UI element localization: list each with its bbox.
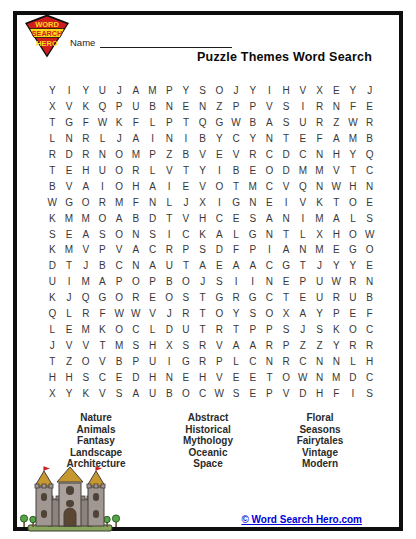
grid-cell-r2c16: I bbox=[295, 99, 312, 115]
grid-cell-r13c19: R bbox=[345, 274, 362, 290]
grid-cell-r14c7: E bbox=[144, 290, 161, 306]
grid-cell-r9c8: T bbox=[161, 211, 178, 227]
grid-cell-r8c11: I bbox=[211, 195, 228, 211]
grid-cell-r15c3: R bbox=[77, 306, 94, 322]
grid-cell-r13c14: N bbox=[261, 274, 278, 290]
grid-cell-r18c18: N bbox=[328, 354, 345, 370]
grid-cell-r1c20: J bbox=[361, 83, 378, 99]
grid-cell-r18c3: O bbox=[77, 354, 94, 370]
grid-cell-r4c8: N bbox=[161, 131, 178, 147]
grid-cell-r3c14: A bbox=[261, 115, 278, 131]
grid-cell-r14c12: R bbox=[228, 290, 245, 306]
grid-cell-r10c11: A bbox=[211, 227, 228, 243]
grid-cell-r7c5: O bbox=[111, 179, 128, 195]
grid-cell-r12c7: A bbox=[144, 258, 161, 274]
grid-cell-r6c9: T bbox=[178, 163, 195, 179]
logo-hero-text: HERO bbox=[36, 39, 58, 48]
grid-cell-r4c4: L bbox=[94, 131, 111, 147]
grid-cell-r11c7: C bbox=[144, 242, 161, 258]
grid-cell-r5c17: N bbox=[311, 147, 328, 163]
grid-cell-r16c14: P bbox=[261, 322, 278, 338]
grid-cell-r11c8: R bbox=[161, 242, 178, 258]
grid-cell-r5c14: C bbox=[261, 147, 278, 163]
grid-cell-r14c16: E bbox=[295, 290, 312, 306]
grid-cell-r3c8: P bbox=[161, 115, 178, 131]
grid-cell-r7c16: Q bbox=[295, 179, 312, 195]
grid-cell-r15c18: P bbox=[328, 306, 345, 322]
grid-cell-r4c6: A bbox=[128, 131, 145, 147]
grid-cell-r9c14: A bbox=[261, 211, 278, 227]
grid-cell-r8c9: J bbox=[178, 195, 195, 211]
grid-cell-r15c4: F bbox=[94, 306, 111, 322]
word-column-2: AbstractHistoricalMythologyOceanicSpace bbox=[152, 412, 264, 470]
grid-cell-r3c13: B bbox=[244, 115, 261, 131]
grid-cell-r3c9: T bbox=[178, 115, 195, 131]
grid-cell-r6c17: M bbox=[311, 163, 328, 179]
grid-cell-r3c3: F bbox=[77, 115, 94, 131]
grid-cell-r9c15: N bbox=[278, 211, 295, 227]
grid-cell-r18c6: P bbox=[128, 354, 145, 370]
grid-cell-r13c5: P bbox=[111, 274, 128, 290]
grid-cell-r5c6: M bbox=[128, 147, 145, 163]
grid-cell-r3c16: U bbox=[295, 115, 312, 131]
grid-cell-r16c7: L bbox=[144, 322, 161, 338]
grid-cell-r9c6: B bbox=[128, 211, 145, 227]
word-vintage: Vintage bbox=[264, 447, 376, 459]
grid-cell-r4c19: M bbox=[345, 131, 362, 147]
grid-cell-r19c13: E bbox=[244, 370, 261, 386]
grid-cell-r14c19: U bbox=[345, 290, 362, 306]
letter-grid: YIYUJAMPYSOJYIHVXEYJXVKQPUBNENZPPVSIRNFE… bbox=[44, 83, 378, 402]
grid-cell-r8c19: O bbox=[345, 195, 362, 211]
grid-cell-r3c10: Q bbox=[194, 115, 211, 131]
grid-cell-r12c20: E bbox=[361, 258, 378, 274]
word-search-hero-logo-icon: WORD SEARCH HERO bbox=[24, 14, 70, 58]
grid-cell-r17c3: V bbox=[77, 338, 94, 354]
grid-cell-r19c3: S bbox=[77, 370, 94, 386]
grid-cell-r2c2: V bbox=[61, 99, 78, 115]
grid-cell-r14c11: G bbox=[211, 290, 228, 306]
grid-cell-r17c20: R bbox=[361, 338, 378, 354]
grid-cell-r2c8: N bbox=[161, 99, 178, 115]
grid-cell-r13c17: U bbox=[311, 274, 328, 290]
grid-cell-r16c8: D bbox=[161, 322, 178, 338]
grid-cell-r20c15: V bbox=[278, 386, 295, 402]
grid-cell-r1c4: U bbox=[94, 83, 111, 99]
grid-cell-r18c12: L bbox=[228, 354, 245, 370]
grid-cell-r18c13: C bbox=[244, 354, 261, 370]
grid-cell-r9c7: D bbox=[144, 211, 161, 227]
grid-cell-r9c2: M bbox=[61, 211, 78, 227]
grid-cell-r10c17: X bbox=[311, 227, 328, 243]
grid-cell-r2c10: N bbox=[194, 99, 211, 115]
grid-cell-r14c15: T bbox=[278, 290, 295, 306]
grid-cell-r14c3: Q bbox=[77, 290, 94, 306]
grid-cell-r1c10: S bbox=[194, 83, 211, 99]
grid-cell-r12c12: A bbox=[228, 258, 245, 274]
grid-cell-r5c10: V bbox=[194, 147, 211, 163]
word-space: Space bbox=[152, 458, 264, 470]
grid-cell-r12c13: A bbox=[244, 258, 261, 274]
grid-cell-r18c11: P bbox=[211, 354, 228, 370]
grid-cell-r1c13: Y bbox=[244, 83, 261, 99]
grid-cell-r19c16: W bbox=[295, 370, 312, 386]
grid-cell-r17c18: Y bbox=[328, 338, 345, 354]
grid-cell-r11c16: N bbox=[295, 242, 312, 258]
grid-cell-r13c1: U bbox=[44, 274, 61, 290]
grid-cell-r1c14: I bbox=[261, 83, 278, 99]
grid-cell-r17c13: A bbox=[244, 338, 261, 354]
grid-cell-r4c12: C bbox=[228, 131, 245, 147]
grid-cell-r17c12: A bbox=[228, 338, 245, 354]
grid-cell-r3c1: T bbox=[44, 115, 61, 131]
grid-cell-r18c5: B bbox=[111, 354, 128, 370]
copyright-link[interactable]: © Word Search Hero.com bbox=[241, 514, 362, 525]
grid-cell-r7c12: T bbox=[228, 179, 245, 195]
grid-cell-r10c4: S bbox=[94, 227, 111, 243]
grid-cell-r20c13: E bbox=[244, 386, 261, 402]
grid-cell-r15c20: F bbox=[361, 306, 378, 322]
grid-cell-r2c13: P bbox=[244, 99, 261, 115]
word-abstract: Abstract bbox=[152, 412, 264, 424]
grid-cell-r14c1: K bbox=[44, 290, 61, 306]
grid-cell-r10c18: H bbox=[328, 227, 345, 243]
grid-cell-r20c7: U bbox=[144, 386, 161, 402]
grid-cell-r10c1: S bbox=[44, 227, 61, 243]
grid-cell-r8c7: N bbox=[144, 195, 161, 211]
grid-cell-r2c6: U bbox=[128, 99, 145, 115]
grid-cell-r1c12: J bbox=[228, 83, 245, 99]
grid-cell-r12c4: B bbox=[94, 258, 111, 274]
grid-cell-r14c14: C bbox=[261, 290, 278, 306]
grid-cell-r7c20: N bbox=[361, 179, 378, 195]
grid-cell-r2c4: Q bbox=[94, 99, 111, 115]
grid-cell-r15c2: L bbox=[61, 306, 78, 322]
grid-cell-r10c2: E bbox=[61, 227, 78, 243]
word-seasons: Seasons bbox=[264, 424, 376, 436]
grid-cell-r17c7: H bbox=[144, 338, 161, 354]
grid-cell-r6c15: D bbox=[278, 163, 295, 179]
grid-cell-r8c8: L bbox=[161, 195, 178, 211]
grid-cell-r12c2: T bbox=[61, 258, 78, 274]
grid-cell-r1c15: H bbox=[278, 83, 295, 99]
grid-cell-r2c15: S bbox=[278, 99, 295, 115]
grid-cell-r6c2: E bbox=[61, 163, 78, 179]
grid-cell-r19c20: C bbox=[361, 370, 378, 386]
grid-cell-r4c14: N bbox=[261, 131, 278, 147]
grid-cell-r12c8: U bbox=[161, 258, 178, 274]
grid-cell-r16c3: M bbox=[77, 322, 94, 338]
grid-cell-r12c18: Y bbox=[328, 258, 345, 274]
grid-cell-r15c19: E bbox=[345, 306, 362, 322]
grid-cell-r16c12: T bbox=[228, 322, 245, 338]
name-blank-line bbox=[100, 36, 232, 48]
grid-cell-r16c16: J bbox=[295, 322, 312, 338]
grid-cell-r17c10: R bbox=[194, 338, 211, 354]
grid-cell-r7c6: H bbox=[128, 179, 145, 195]
grid-cell-r18c4: V bbox=[94, 354, 111, 370]
grid-cell-r11c2: M bbox=[61, 242, 78, 258]
grid-cell-r8c1: W bbox=[44, 195, 61, 211]
grid-cell-r15c13: S bbox=[244, 306, 261, 322]
word-modern: Modern bbox=[264, 458, 376, 470]
grid-cell-r11c11: D bbox=[211, 242, 228, 258]
grid-cell-r4c5: J bbox=[111, 131, 128, 147]
grid-cell-r1c18: E bbox=[328, 83, 345, 99]
grid-cell-r16c5: O bbox=[111, 322, 128, 338]
grid-cell-r15c9: R bbox=[178, 306, 195, 322]
grid-cell-r5c20: Q bbox=[361, 147, 378, 163]
grid-cell-r1c16: V bbox=[295, 83, 312, 99]
grid-cell-r15c10: T bbox=[194, 306, 211, 322]
grid-cell-r18c9: G bbox=[178, 354, 195, 370]
grid-cell-r3c19: W bbox=[345, 115, 362, 131]
grid-cell-r20c6: A bbox=[128, 386, 145, 402]
grid-cell-r1c17: X bbox=[311, 83, 328, 99]
grid-cell-r6c16: M bbox=[295, 163, 312, 179]
grid-cell-r20c3: K bbox=[77, 386, 94, 402]
grid-cell-r5c16: C bbox=[295, 147, 312, 163]
grid-cell-r13c4: A bbox=[94, 274, 111, 290]
grid-cell-r1c7: M bbox=[144, 83, 161, 99]
grid-cell-r8c4: R bbox=[94, 195, 111, 211]
grid-cell-r11c4: P bbox=[94, 242, 111, 258]
grid-cell-r16c19: O bbox=[345, 322, 362, 338]
grid-cell-r17c17: Z bbox=[311, 338, 328, 354]
grid-cell-r20c14: P bbox=[261, 386, 278, 402]
grid-cell-r5c15: D bbox=[278, 147, 295, 163]
grid-cell-r9c3: M bbox=[77, 211, 94, 227]
grid-cell-r14c10: T bbox=[194, 290, 211, 306]
grid-cell-r4c2: N bbox=[61, 131, 78, 147]
grid-cell-r2c20: E bbox=[361, 99, 378, 115]
grid-cell-r6c1: T bbox=[44, 163, 61, 179]
grid-cell-r13c9: O bbox=[178, 274, 195, 290]
grid-cell-r13c8: B bbox=[161, 274, 178, 290]
grid-cell-r15c17: Y bbox=[311, 306, 328, 322]
grid-cell-r9c13: S bbox=[244, 211, 261, 227]
grid-cell-r19c9: E bbox=[178, 370, 195, 386]
grid-cell-r10c10: K bbox=[194, 227, 211, 243]
grid-cell-r6c19: T bbox=[345, 163, 362, 179]
grid-cell-r12c5: C bbox=[111, 258, 128, 274]
grid-cell-r20c12: S bbox=[228, 386, 245, 402]
grid-cell-r13c10: J bbox=[194, 274, 211, 290]
grid-cell-r5c7: P bbox=[144, 147, 161, 163]
grid-cell-r14c9: S bbox=[178, 290, 195, 306]
grid-cell-r9c12: E bbox=[228, 211, 245, 227]
grid-cell-r14c13: G bbox=[244, 290, 261, 306]
word-animals: Animals bbox=[40, 424, 152, 436]
grid-cell-r6c11: I bbox=[211, 163, 228, 179]
name-field-row: Name bbox=[70, 34, 232, 48]
grid-cell-r13c15: E bbox=[278, 274, 295, 290]
grid-cell-r4c1: L bbox=[44, 131, 61, 147]
grid-cell-r3c4: W bbox=[94, 115, 111, 131]
grid-cell-r9c18: A bbox=[328, 211, 345, 227]
word-floral: Floral bbox=[264, 412, 376, 424]
grid-cell-r14c6: R bbox=[128, 290, 145, 306]
grid-cell-r16c6: C bbox=[128, 322, 145, 338]
grid-cell-r9c20: S bbox=[361, 211, 378, 227]
grid-cell-r14c5: O bbox=[111, 290, 128, 306]
grid-cell-r18c8: I bbox=[161, 354, 178, 370]
grid-cell-r14c4: G bbox=[94, 290, 111, 306]
grid-cell-r7c2: V bbox=[61, 179, 78, 195]
grid-cell-r10c8: I bbox=[161, 227, 178, 243]
grid-cell-r9c17: M bbox=[311, 211, 328, 227]
grid-cell-r11c18: E bbox=[328, 242, 345, 258]
grid-cell-r19c1: H bbox=[44, 370, 61, 386]
grid-cell-r13c12: I bbox=[228, 274, 245, 290]
grid-cell-r7c17: N bbox=[311, 179, 328, 195]
grid-cell-r14c2: J bbox=[61, 290, 78, 306]
word-mythology: Mythology bbox=[152, 435, 264, 447]
grid-cell-r20c16: D bbox=[295, 386, 312, 402]
grid-cell-r18c1: T bbox=[44, 354, 61, 370]
grid-cell-r12c6: N bbox=[128, 258, 145, 274]
grid-cell-r16c9: U bbox=[178, 322, 195, 338]
grid-cell-r15c7: V bbox=[144, 306, 161, 322]
grid-cell-r4c18: A bbox=[328, 131, 345, 147]
grid-cell-r1c6: A bbox=[128, 83, 145, 99]
grid-cell-r10c19: O bbox=[345, 227, 362, 243]
grid-cell-r17c6: S bbox=[128, 338, 145, 354]
name-label: Name bbox=[70, 37, 95, 48]
logo-word-text: WORD bbox=[35, 20, 59, 29]
grid-cell-r3c18: Z bbox=[328, 115, 345, 131]
grid-cell-r7c8: I bbox=[161, 179, 178, 195]
grid-cell-r1c19: Y bbox=[345, 83, 362, 99]
grid-cell-r10c14: N bbox=[261, 227, 278, 243]
grid-cell-r11c12: F bbox=[228, 242, 245, 258]
grid-cell-r2c9: E bbox=[178, 99, 195, 115]
grid-cell-r11c19: G bbox=[345, 242, 362, 258]
grid-cell-r14c18: R bbox=[328, 290, 345, 306]
grid-cell-r8c12: G bbox=[228, 195, 245, 211]
grid-cell-r19c6: D bbox=[128, 370, 145, 386]
grid-cell-r16c10: T bbox=[194, 322, 211, 338]
grid-cell-r1c3: Y bbox=[77, 83, 94, 99]
grid-cell-r2c3: K bbox=[77, 99, 94, 115]
logo-search-text: SEARCH bbox=[32, 29, 62, 38]
word-nature: Nature bbox=[40, 412, 152, 424]
grid-cell-r3c7: L bbox=[144, 115, 161, 131]
word-column-1: NatureAnimalsFantasyLandscapeArchitectur… bbox=[40, 412, 152, 470]
grid-cell-r20c8: B bbox=[161, 386, 178, 402]
grid-cell-r9c10: H bbox=[194, 211, 211, 227]
grid-cell-r20c4: V bbox=[94, 386, 111, 402]
grid-cell-r16c1: L bbox=[44, 322, 61, 338]
grid-cell-r11c15: A bbox=[278, 242, 295, 258]
grid-cell-r7c9: E bbox=[178, 179, 195, 195]
grid-cell-r18c16: C bbox=[295, 354, 312, 370]
grid-cell-r8c15: I bbox=[278, 195, 295, 211]
grid-cell-r10c7: S bbox=[144, 227, 161, 243]
grid-cell-r18c7: U bbox=[144, 354, 161, 370]
grid-cell-r1c5: J bbox=[111, 83, 128, 99]
grid-cell-r3c15: S bbox=[278, 115, 295, 131]
grid-cell-r11c14: I bbox=[261, 242, 278, 258]
grid-cell-r10c20: W bbox=[361, 227, 378, 243]
grid-cell-r11c17: M bbox=[311, 242, 328, 258]
grid-cell-r11c20: O bbox=[361, 242, 378, 258]
grid-cell-r13c18: W bbox=[328, 274, 345, 290]
grid-cell-r16c4: K bbox=[94, 322, 111, 338]
grid-cell-r19c15: O bbox=[278, 370, 295, 386]
grid-cell-r19c4: C bbox=[94, 370, 111, 386]
grid-cell-r12c15: G bbox=[278, 258, 295, 274]
grid-cell-r4c20: B bbox=[361, 131, 378, 147]
grid-cell-r5c3: R bbox=[77, 147, 94, 163]
grid-cell-r13c11: S bbox=[211, 274, 228, 290]
grid-cell-r20c17: H bbox=[311, 386, 328, 402]
grid-cell-r13c16: P bbox=[295, 274, 312, 290]
grid-cell-r6c10: Y bbox=[194, 163, 211, 179]
grid-cell-r7c3: A bbox=[77, 179, 94, 195]
grid-cell-r8c13: N bbox=[244, 195, 261, 211]
grid-cell-r8c3: O bbox=[77, 195, 94, 211]
grid-cell-r20c18: F bbox=[328, 386, 345, 402]
grid-cell-r5c4: N bbox=[94, 147, 111, 163]
grid-cell-r16c13: P bbox=[244, 322, 261, 338]
grid-cell-r5c8: Z bbox=[161, 147, 178, 163]
grid-cell-r20c5: S bbox=[111, 386, 128, 402]
grid-cell-r2c5: P bbox=[111, 99, 128, 115]
grid-cell-r6c18: V bbox=[328, 163, 345, 179]
grid-cell-r3c11: G bbox=[211, 115, 228, 131]
grid-cell-r12c19: Y bbox=[345, 258, 362, 274]
grid-cell-r12c11: E bbox=[211, 258, 228, 274]
grid-cell-r8c10: X bbox=[194, 195, 211, 211]
grid-cell-r19c17: N bbox=[311, 370, 328, 386]
grid-cell-r15c12: Y bbox=[228, 306, 245, 322]
word-fantasy: Fantasy bbox=[40, 435, 152, 447]
grid-cell-r10c15: T bbox=[278, 227, 295, 243]
grid-cell-r4c7: I bbox=[144, 131, 161, 147]
grid-cell-r6c5: O bbox=[111, 163, 128, 179]
grid-cell-r6c6: R bbox=[128, 163, 145, 179]
grid-cell-r17c8: X bbox=[161, 338, 178, 354]
grid-cell-r17c5: M bbox=[111, 338, 128, 354]
grid-cell-r16c18: K bbox=[328, 322, 345, 338]
grid-cell-r12c17: J bbox=[311, 258, 328, 274]
word-list: NatureAnimalsFantasyLandscapeArchitectur… bbox=[40, 412, 376, 470]
grid-cell-r10c13: G bbox=[244, 227, 261, 243]
page-title: Puzzle Themes Word Search bbox=[197, 50, 372, 64]
grid-cell-r11c5: V bbox=[111, 242, 128, 258]
grid-cell-r11c10: S bbox=[194, 242, 211, 258]
grid-cell-r15c14: O bbox=[261, 306, 278, 322]
grid-cell-r13c6: O bbox=[128, 274, 145, 290]
grid-cell-r13c20: N bbox=[361, 274, 378, 290]
grid-cell-r19c2: H bbox=[61, 370, 78, 386]
grid-cell-r5c9: B bbox=[178, 147, 195, 163]
grid-cell-r17c9: S bbox=[178, 338, 195, 354]
grid-cell-r15c5: W bbox=[111, 306, 128, 322]
grid-cell-r6c14: O bbox=[261, 163, 278, 179]
grid-cell-r18c17: N bbox=[311, 354, 328, 370]
grid-cell-r5c12: V bbox=[228, 147, 245, 163]
grid-cell-r10c6: N bbox=[128, 227, 145, 243]
grid-cell-r16c11: R bbox=[211, 322, 228, 338]
grid-cell-r19c5: E bbox=[111, 370, 128, 386]
grid-cell-r14c17: U bbox=[311, 290, 328, 306]
grid-cell-r19c8: N bbox=[161, 370, 178, 386]
grid-cell-r5c1: R bbox=[44, 147, 61, 163]
grid-cell-r6c4: U bbox=[94, 163, 111, 179]
grid-cell-r18c14: N bbox=[261, 354, 278, 370]
